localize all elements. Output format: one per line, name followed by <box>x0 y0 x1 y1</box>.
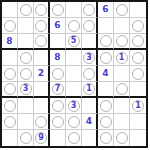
cell-r9c9[interactable] <box>130 130 146 146</box>
cell-r8c5[interactable] <box>66 114 82 130</box>
cell-r2c4[interactable]: 6 <box>50 18 66 34</box>
odd-cell-circle <box>132 35 144 47</box>
odd-cell-circle: 5 <box>68 35 80 47</box>
odd-cell-circle <box>100 132 112 144</box>
cell-r8c7[interactable] <box>98 114 114 130</box>
cell-r4c2[interactable] <box>18 50 34 66</box>
cell-r6c3[interactable] <box>34 82 50 98</box>
cell-r6c5[interactable] <box>66 82 82 98</box>
cell-r3c7[interactable] <box>98 34 114 50</box>
cell-r5c1[interactable] <box>2 66 18 82</box>
given-digit: 8 <box>54 53 60 62</box>
cell-r8c8[interactable] <box>114 114 130 130</box>
odd-cell-circle: 3 <box>83 52 95 64</box>
cell-r3c3[interactable] <box>34 34 50 50</box>
given-digit: 6 <box>102 5 108 14</box>
cell-r5c5[interactable] <box>66 66 82 82</box>
cell-r1c2[interactable] <box>18 2 34 18</box>
given-digit: 3 <box>71 102 77 110</box>
cell-r3c6[interactable] <box>82 34 98 50</box>
cell-r5c3[interactable]: 2 <box>34 66 50 82</box>
cell-r9c1[interactable] <box>2 130 18 146</box>
cell-r1c6[interactable] <box>82 2 98 18</box>
cell-r2c3[interactable] <box>34 18 50 34</box>
given-digit: 7 <box>55 85 61 93</box>
cell-r8c6[interactable]: 4 <box>82 114 98 130</box>
odd-cell-circle <box>35 116 47 128</box>
cell-r9c3[interactable]: 9 <box>34 130 50 146</box>
odd-cell-circle <box>100 52 112 64</box>
cell-r2c9[interactable] <box>130 18 146 34</box>
cell-r4c1[interactable] <box>2 50 18 66</box>
cell-r4c7[interactable] <box>98 50 114 66</box>
odd-cell-circle: 1 <box>132 100 144 112</box>
cell-r8c1[interactable] <box>2 114 18 130</box>
odd-cell-circle <box>52 100 64 112</box>
odd-cell-circle <box>4 20 16 32</box>
cell-r1c7[interactable]: 6 <box>98 2 114 18</box>
odd-cell-circle <box>132 68 144 80</box>
odd-cell-circle: 9 <box>35 132 47 144</box>
cell-r5c2[interactable] <box>18 66 34 82</box>
cell-r3c4[interactable] <box>50 34 66 50</box>
given-digit: 2 <box>38 69 44 78</box>
odd-cell-circle <box>68 116 80 128</box>
cell-r1c5[interactable] <box>66 2 82 18</box>
odd-cell-circle <box>20 4 32 16</box>
cell-r8c4[interactable] <box>50 114 66 130</box>
cell-r4c3[interactable] <box>34 50 50 66</box>
given-digit: 4 <box>102 69 108 78</box>
odd-cell-circle <box>20 68 32 80</box>
odd-cell-circle: 1 <box>83 83 95 95</box>
cell-r7c2[interactable] <box>18 98 34 114</box>
cell-r2c2[interactable] <box>18 18 34 34</box>
odd-cell-circle: 3 <box>20 83 32 95</box>
cell-r7c3[interactable] <box>34 98 50 114</box>
cell-r9c5[interactable] <box>66 130 82 146</box>
cell-r6c7[interactable] <box>98 82 114 98</box>
cell-r8c2[interactable] <box>18 114 34 130</box>
odd-cell-circle <box>100 35 112 47</box>
cell-r1c9[interactable] <box>130 2 146 18</box>
given-digit: 9 <box>38 134 44 142</box>
cell-r9c8[interactable] <box>114 130 130 146</box>
cell-r3c2[interactable] <box>18 34 34 50</box>
cell-r2c7[interactable] <box>98 18 114 34</box>
odd-cell-circle <box>35 20 47 32</box>
odd-cell-circle <box>4 116 16 128</box>
odd-cell-circle: 1 <box>116 52 128 64</box>
cell-r3c8[interactable] <box>114 34 130 50</box>
cell-r8c9[interactable] <box>130 114 146 130</box>
odd-cell-circle <box>68 20 80 32</box>
cell-r1c1[interactable] <box>2 2 18 18</box>
cell-r7c8[interactable] <box>114 98 130 114</box>
sudoku-board: 6685831243713149 <box>0 0 148 148</box>
given-digit: 3 <box>86 54 92 62</box>
cell-r3c5[interactable]: 5 <box>66 34 82 50</box>
odd-cell-circle <box>20 132 32 144</box>
odd-cell-circle <box>68 132 80 144</box>
given-digit: 5 <box>71 37 77 45</box>
cell-r9c6[interactable] <box>82 130 98 146</box>
odd-cell-circle: 7 <box>52 83 64 95</box>
given-digit: 1 <box>119 54 125 62</box>
odd-cell-circle <box>100 100 112 112</box>
odd-cell-circle <box>4 68 16 80</box>
cell-r7c4[interactable] <box>50 98 66 114</box>
cell-r5c8[interactable] <box>114 66 130 82</box>
cell-r5c9[interactable] <box>130 66 146 82</box>
odd-cell-circle <box>52 4 64 16</box>
cell-r6c4[interactable]: 7 <box>50 82 66 98</box>
cell-r2c1[interactable] <box>2 18 18 34</box>
cell-r1c4[interactable] <box>50 2 66 18</box>
cell-r5c4[interactable] <box>50 66 66 82</box>
odd-cell-circle <box>100 116 112 128</box>
odd-cell-circle <box>83 20 95 32</box>
cell-r4c5[interactable] <box>66 50 82 66</box>
odd-cell-circle <box>116 83 128 95</box>
cell-r5c7[interactable]: 4 <box>98 66 114 82</box>
odd-cell-circle <box>116 35 128 47</box>
cell-r6c2[interactable]: 3 <box>18 82 34 98</box>
cell-r3c9[interactable] <box>130 34 146 50</box>
cell-r1c8[interactable] <box>114 2 130 18</box>
given-digit: 1 <box>135 102 141 110</box>
cell-r9c7[interactable] <box>98 130 114 146</box>
cell-r2c8[interactable] <box>114 18 130 34</box>
given-digit: 6 <box>54 21 60 30</box>
odd-cell-circle <box>83 4 95 16</box>
cell-r7c6[interactable] <box>82 98 98 114</box>
odd-cell-circle <box>52 116 64 128</box>
cell-r7c5[interactable]: 3 <box>66 98 82 114</box>
odd-cell-circle <box>116 4 128 16</box>
cell-r9c4[interactable] <box>50 130 66 146</box>
odd-cell-circle <box>35 4 47 16</box>
cell-r4c6[interactable]: 3 <box>82 50 98 66</box>
cell-r7c1[interactable] <box>2 98 18 114</box>
cell-r6c8[interactable] <box>114 82 130 98</box>
given-digit: 8 <box>6 37 12 46</box>
cell-r6c6[interactable]: 1 <box>82 82 98 98</box>
cell-r1c3[interactable] <box>34 2 50 18</box>
cell-r7c9[interactable]: 1 <box>130 98 146 114</box>
cell-r6c9[interactable] <box>130 82 146 98</box>
cell-r4c8[interactable]: 1 <box>114 50 130 66</box>
odd-cell-circle <box>116 132 128 144</box>
cell-r4c9[interactable] <box>130 50 146 66</box>
cell-r5c6[interactable] <box>82 66 98 82</box>
cell-r9c2[interactable] <box>18 130 34 146</box>
cell-r2c6[interactable] <box>82 18 98 34</box>
cell-r8c3[interactable] <box>34 114 50 130</box>
odd-cell-circle <box>35 35 47 47</box>
cell-r4c4[interactable]: 8 <box>50 50 66 66</box>
odd-cell-circle <box>132 20 144 32</box>
odd-cell-circle <box>4 83 16 95</box>
odd-cell-circle <box>52 68 64 80</box>
cell-r3c1[interactable]: 8 <box>2 34 18 50</box>
odd-cell-circle <box>20 52 32 64</box>
odd-cell-circle <box>4 100 16 112</box>
cell-r7c7[interactable] <box>98 98 114 114</box>
given-digit: 1 <box>86 85 92 93</box>
odd-cell-circle <box>83 68 95 80</box>
odd-cell-circle <box>132 52 144 64</box>
odd-cell-circle: 3 <box>68 100 80 112</box>
given-digit: 4 <box>86 117 92 126</box>
given-digit: 3 <box>23 85 29 93</box>
cell-r6c1[interactable] <box>2 82 18 98</box>
cell-r2c5[interactable] <box>66 18 82 34</box>
